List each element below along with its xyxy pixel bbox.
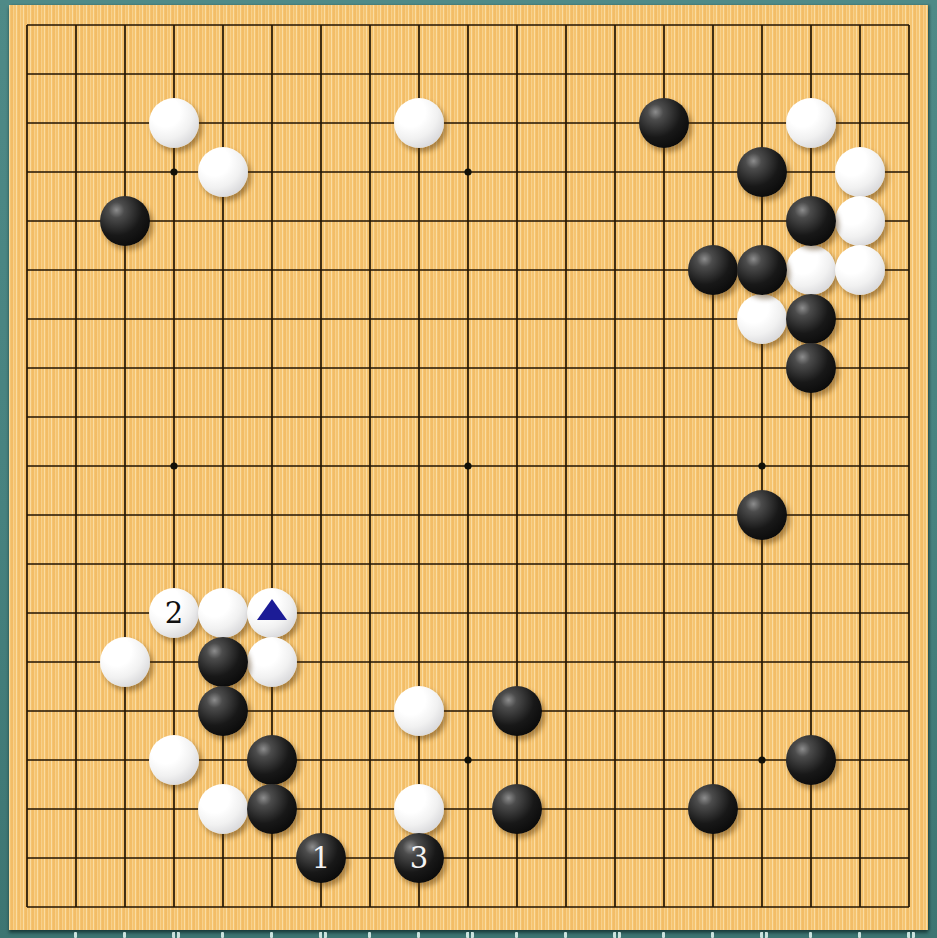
clipped-glyph bbox=[417, 932, 420, 938]
white-stone[interactable] bbox=[198, 147, 248, 197]
white-stone[interactable] bbox=[394, 686, 444, 736]
move-number-label: 3 bbox=[410, 833, 428, 883]
clipped-glyph bbox=[858, 932, 861, 938]
white-stone[interactable] bbox=[198, 784, 248, 834]
black-stone[interactable] bbox=[247, 735, 297, 785]
black-stone[interactable] bbox=[688, 784, 738, 834]
white-stone[interactable] bbox=[835, 147, 885, 197]
white-stone[interactable] bbox=[247, 637, 297, 687]
white-stone[interactable]: 2 bbox=[149, 588, 199, 638]
black-stone[interactable] bbox=[786, 343, 836, 393]
clipped-glyph bbox=[613, 932, 621, 938]
black-stone[interactable]: 3 bbox=[394, 833, 444, 883]
clipped-glyph bbox=[319, 932, 327, 938]
clipped-glyph bbox=[270, 932, 273, 938]
clipped-glyph bbox=[74, 932, 77, 938]
black-stone[interactable] bbox=[100, 196, 150, 246]
white-stone[interactable] bbox=[247, 588, 297, 638]
clipped-glyph bbox=[662, 932, 665, 938]
white-stone[interactable] bbox=[835, 245, 885, 295]
move-number-label: 1 bbox=[312, 833, 330, 883]
white-stone[interactable] bbox=[198, 588, 248, 638]
clipped-glyph bbox=[760, 932, 768, 938]
black-stone[interactable] bbox=[492, 686, 542, 736]
black-stone[interactable] bbox=[737, 490, 787, 540]
black-stone[interactable] bbox=[198, 686, 248, 736]
black-stone[interactable] bbox=[247, 784, 297, 834]
black-stone[interactable] bbox=[492, 784, 542, 834]
black-stone[interactable] bbox=[786, 196, 836, 246]
black-stone[interactable] bbox=[737, 147, 787, 197]
white-stone[interactable] bbox=[737, 294, 787, 344]
black-stone[interactable] bbox=[198, 637, 248, 687]
white-stone[interactable] bbox=[149, 735, 199, 785]
clipped-glyph bbox=[809, 932, 812, 938]
white-stone[interactable] bbox=[394, 98, 444, 148]
black-stone[interactable] bbox=[786, 294, 836, 344]
go-app-screen: 213 bbox=[0, 0, 937, 938]
clipped-glyph bbox=[564, 932, 567, 938]
clipped-glyph bbox=[466, 932, 474, 938]
black-stone[interactable]: 1 bbox=[296, 833, 346, 883]
white-stone[interactable] bbox=[835, 196, 885, 246]
clipped-glyph bbox=[172, 932, 180, 938]
white-stone[interactable] bbox=[100, 637, 150, 687]
clipped-glyph bbox=[907, 932, 915, 938]
black-stone[interactable] bbox=[688, 245, 738, 295]
move-number-label: 2 bbox=[165, 588, 183, 638]
triangle-mark-icon bbox=[257, 599, 287, 620]
go-board[interactable] bbox=[9, 5, 928, 930]
clipped-glyph bbox=[711, 932, 714, 938]
clipped-glyph bbox=[515, 932, 518, 938]
clipped-glyph bbox=[123, 932, 126, 938]
white-stone[interactable] bbox=[786, 98, 836, 148]
white-stone[interactable] bbox=[149, 98, 199, 148]
black-stone[interactable] bbox=[639, 98, 689, 148]
clipped-glyph bbox=[368, 932, 371, 938]
black-stone[interactable] bbox=[737, 245, 787, 295]
clipped-glyph bbox=[221, 932, 224, 938]
white-stone[interactable] bbox=[394, 784, 444, 834]
black-stone[interactable] bbox=[786, 735, 836, 785]
white-stone[interactable] bbox=[786, 245, 836, 295]
